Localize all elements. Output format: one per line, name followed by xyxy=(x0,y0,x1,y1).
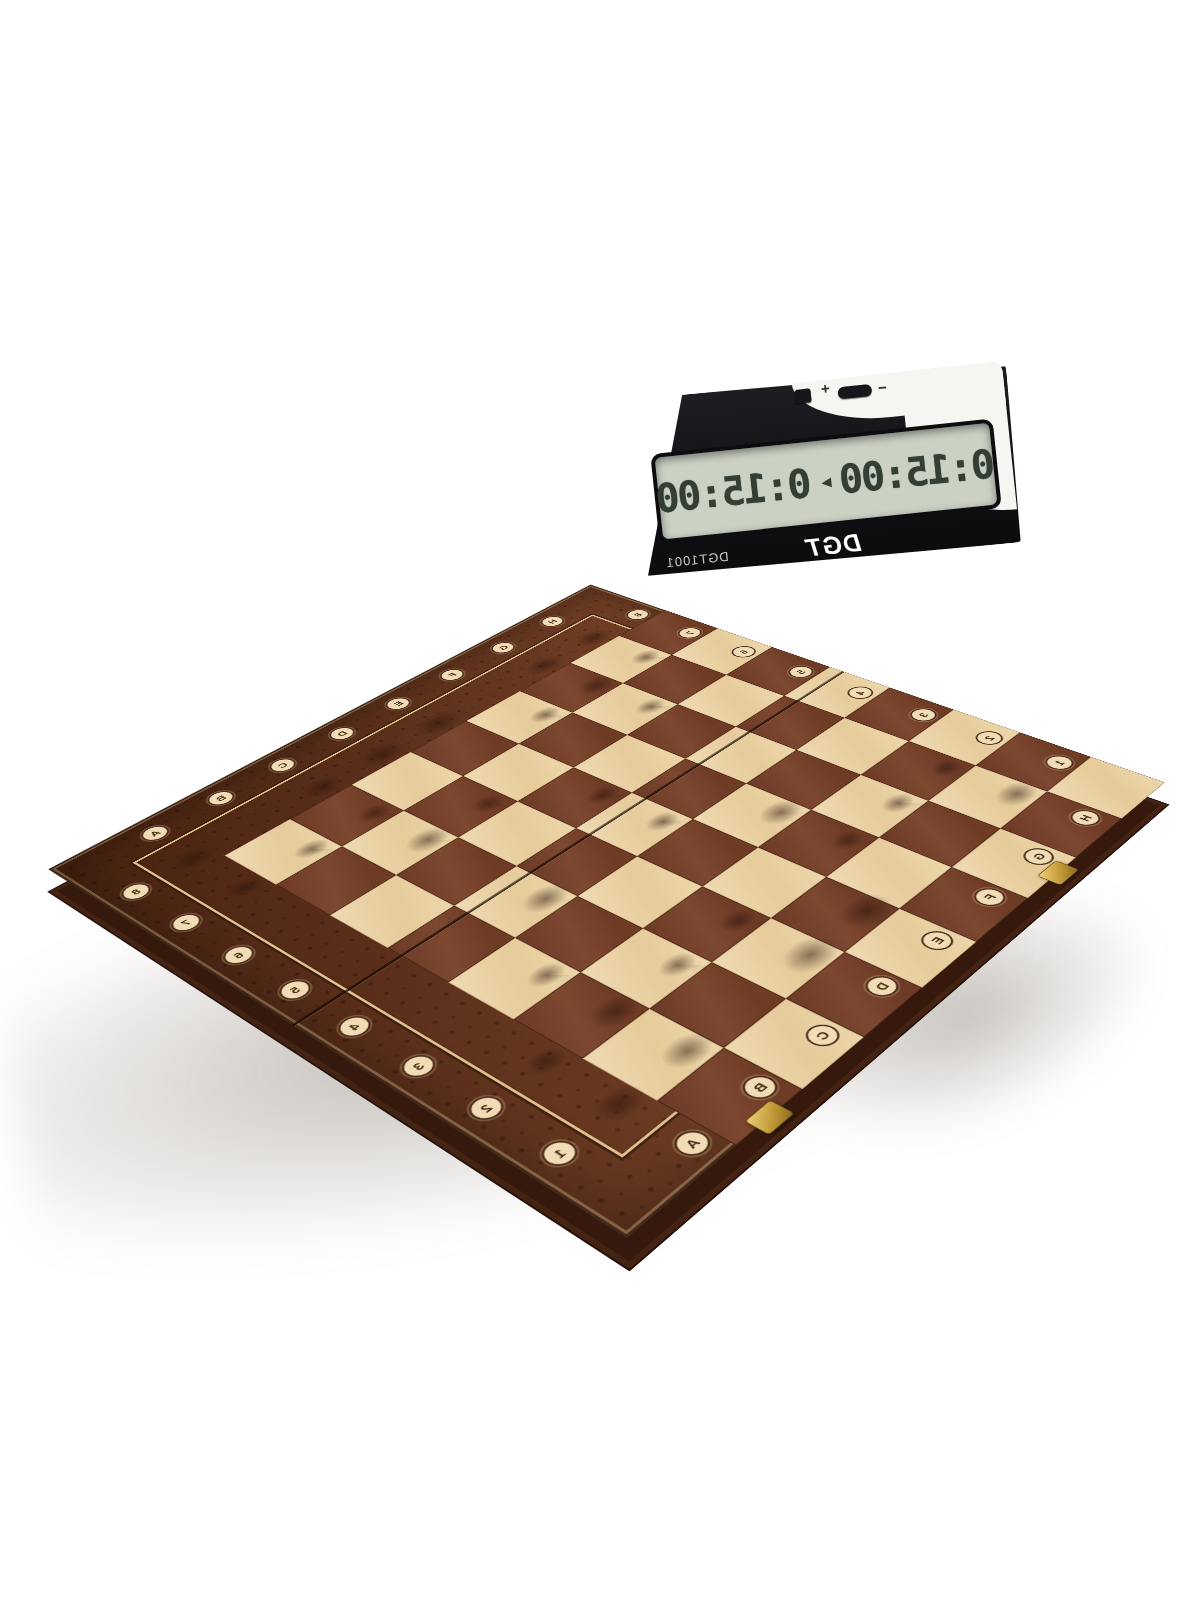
page: − + 0:15:00 ▸ 0:15:00 DGT1001 DGT AABBCC… xyxy=(0,0,1200,1600)
chess-board: AABBCCDDEEFFGGHH8877665544332211 ♜♞♟♚♝♛♟… xyxy=(48,584,1165,1238)
board-scene: AABBCCDDEEFFGGHH8877665544332211 ♜♞♟♚♝♛♟… xyxy=(0,0,1200,1600)
